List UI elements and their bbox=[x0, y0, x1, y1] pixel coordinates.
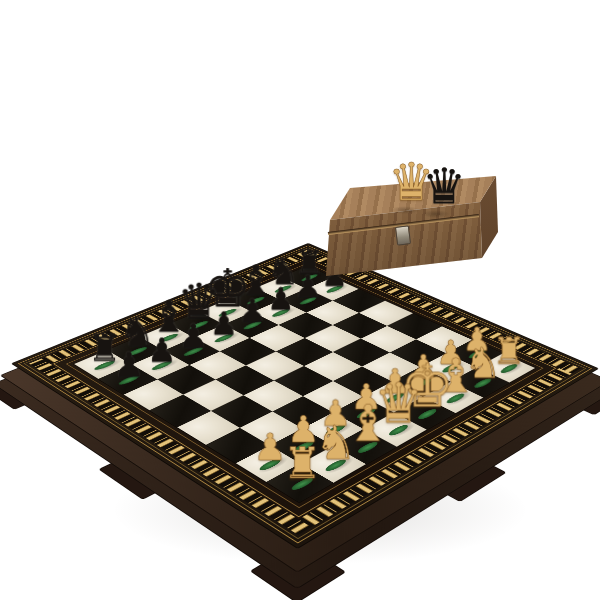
storage-box: ♛ ♛ bbox=[312, 146, 512, 296]
black-pawn-glyph: ♟ bbox=[239, 296, 267, 326]
piece-black-pawn[interactable]: ♟ bbox=[115, 348, 145, 380]
black-pawn-glyph: ♟ bbox=[210, 308, 239, 338]
piece-black-pawn[interactable]: ♟ bbox=[267, 284, 295, 313]
black-pawn-glyph: ♟ bbox=[115, 348, 145, 380]
extra-black-queen[interactable]: ♛ bbox=[422, 164, 466, 211]
box-latch bbox=[395, 225, 411, 246]
piece-black-pawn[interactable]: ♟ bbox=[147, 335, 177, 366]
black-pawn-glyph: ♟ bbox=[147, 335, 177, 366]
black-pawn-glyph: ♟ bbox=[179, 321, 208, 352]
piece-white-rook[interactable]: ♜ bbox=[283, 443, 321, 484]
piece-black-pawn[interactable]: ♟ bbox=[210, 308, 239, 338]
piece-black-pawn[interactable]: ♟ bbox=[239, 296, 267, 326]
white-rook-glyph: ♜ bbox=[283, 443, 321, 484]
black-pawn-glyph: ♟ bbox=[267, 284, 295, 313]
piece-black-pawn[interactable]: ♟ bbox=[179, 321, 208, 352]
chess-set-scene: ♜♞♝♛♚♝♞♜♟♟♟♟♟♟♟♟♟♟♟♟♟♟♟♟♜♞♝♛♚♝♞♜ ♛ ♛ bbox=[0, 0, 600, 600]
